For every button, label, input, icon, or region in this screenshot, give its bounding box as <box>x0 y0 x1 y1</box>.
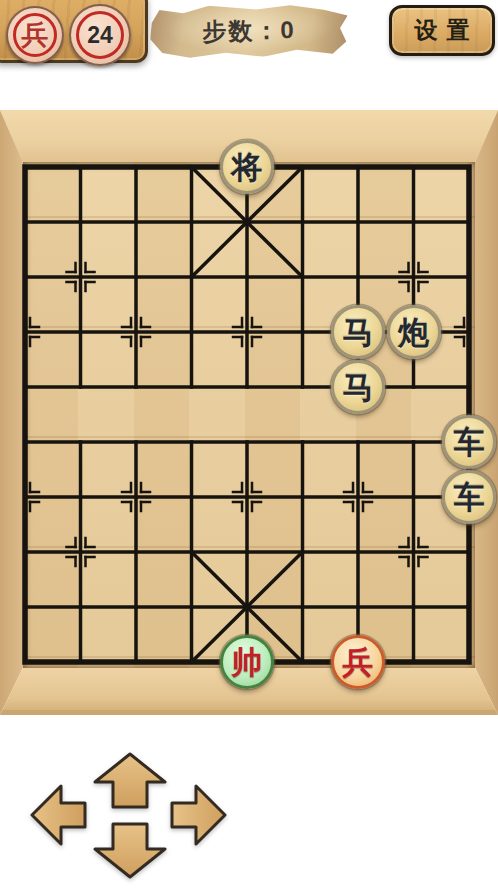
move-down-button[interactable] <box>93 822 167 879</box>
piece-black-cannon[interactable]: 炮 <box>387 305 441 359</box>
move-right-button[interactable] <box>170 782 227 848</box>
move-up-button[interactable] <box>93 752 167 809</box>
piece-black-horse-1[interactable]: 马 <box>331 305 385 359</box>
soldier-badge-char: 兵 <box>22 17 49 53</box>
board-point-4-9: 帅 <box>219 635 275 690</box>
board-point-6-3: 马 <box>330 305 386 360</box>
settings-label: 设置 <box>406 15 479 46</box>
soldier-count-badge: 24 <box>69 4 131 66</box>
move-left-button[interactable] <box>30 782 87 848</box>
soldier-count-value: 24 <box>87 22 113 49</box>
piece-grid: 将马炮马车车帅兵 <box>0 140 497 690</box>
piece-red-soldier[interactable]: 兵 <box>331 635 385 689</box>
board-point-4-0: 将 <box>219 140 275 195</box>
board-point-6-9: 兵 <box>330 635 386 690</box>
level-plaque: 兵 24 <box>0 0 148 63</box>
board-point-6-4: 马 <box>330 360 386 415</box>
steps-text: 步数：0 <box>202 14 296 48</box>
settings-button[interactable]: 设置 <box>389 5 495 56</box>
piece-black-general[interactable]: 将 <box>220 140 274 194</box>
move-controls <box>0 715 498 888</box>
piece-black-horse-2[interactable]: 马 <box>331 360 385 414</box>
board-point-8-6: 车 <box>441 470 497 525</box>
piece-black-chariot-2[interactable]: 车 <box>442 470 496 524</box>
piece-red-general[interactable]: 帅 <box>220 635 274 689</box>
soldier-badge-icon: 兵 <box>6 6 64 64</box>
board-point-8-5: 车 <box>441 415 497 470</box>
board-point-7-3: 炮 <box>386 305 442 360</box>
steps-banner: 步数：0 <box>149 3 348 59</box>
xiangqi-board: 将马炮马车车帅兵 <box>0 110 498 715</box>
piece-black-chariot-1[interactable]: 车 <box>442 415 496 469</box>
